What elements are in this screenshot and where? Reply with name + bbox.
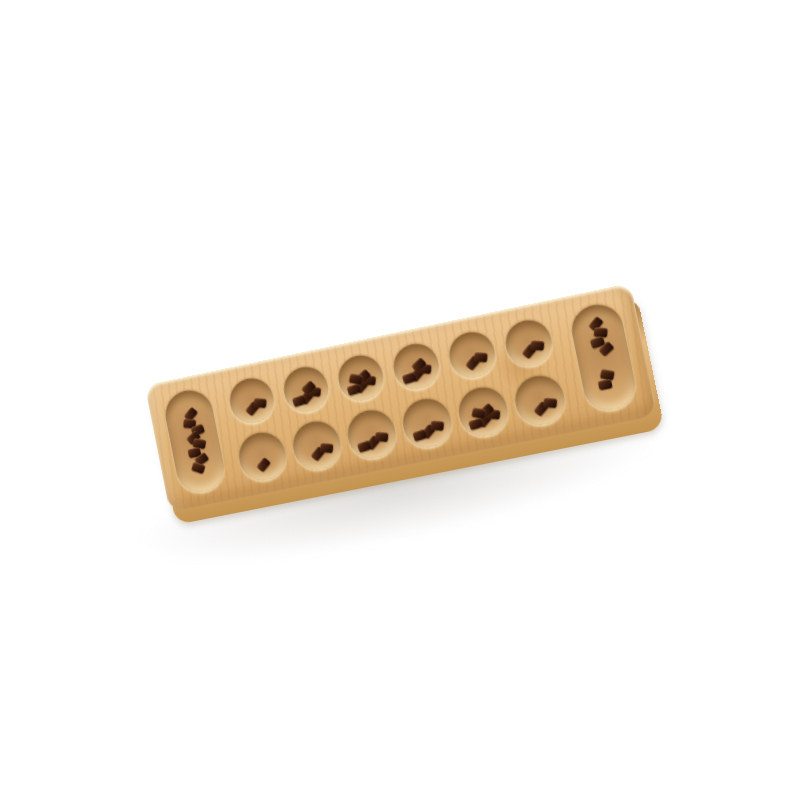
seed <box>468 418 483 431</box>
seed <box>474 353 488 363</box>
seed <box>320 444 333 454</box>
seed <box>531 341 545 351</box>
seed <box>254 398 267 408</box>
pit-top-3[interactable] <box>334 351 386 404</box>
pit-top-2[interactable] <box>280 363 332 416</box>
seed <box>292 394 307 407</box>
pit-top-6[interactable] <box>501 316 555 370</box>
store-left <box>161 386 228 496</box>
pit-bottom-6[interactable] <box>511 372 569 429</box>
pit-bottom-3[interactable] <box>344 406 400 462</box>
pit-top-4[interactable] <box>389 339 442 392</box>
seed <box>375 432 388 442</box>
seed <box>412 429 427 442</box>
seed <box>256 457 271 473</box>
pit-bottom-4[interactable] <box>399 395 456 452</box>
pit-top-1[interactable] <box>226 374 277 426</box>
store-right <box>567 300 639 414</box>
seed <box>346 383 361 396</box>
pit-top-5[interactable] <box>445 328 498 382</box>
pit-bottom-2[interactable] <box>289 417 344 473</box>
pit-bottom-5[interactable] <box>455 383 512 440</box>
seed <box>349 373 363 384</box>
seed <box>431 421 445 431</box>
seed <box>471 407 486 418</box>
seed <box>357 440 372 453</box>
seed <box>402 371 417 384</box>
product-photo <box>0 0 800 800</box>
pit-bottom-1[interactable] <box>235 429 290 485</box>
seed <box>544 398 558 408</box>
seed <box>597 378 612 390</box>
